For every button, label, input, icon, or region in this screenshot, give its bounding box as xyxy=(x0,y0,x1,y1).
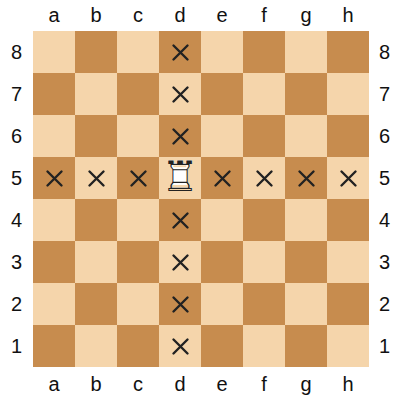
x-move-marker-icon xyxy=(170,42,191,63)
corner-top-right xyxy=(369,0,400,31)
square-d1[interactable] xyxy=(159,325,201,367)
x-move-marker-icon xyxy=(170,84,191,105)
square-d6[interactable] xyxy=(159,115,201,157)
corner-bottom-left xyxy=(0,367,33,403)
square-c5[interactable] xyxy=(117,157,159,199)
rank-label-left-4: 4 xyxy=(0,199,33,241)
square-f5[interactable] xyxy=(243,157,285,199)
square-c1[interactable] xyxy=(117,325,159,367)
square-b8[interactable] xyxy=(75,31,117,73)
square-c8[interactable] xyxy=(117,31,159,73)
corner-top-left xyxy=(0,0,33,31)
square-f2[interactable] xyxy=(243,283,285,325)
rank-label-right-2: 2 xyxy=(369,283,400,325)
square-c4[interactable] xyxy=(117,199,159,241)
square-h5[interactable] xyxy=(327,157,369,199)
file-label-bottom-h: h xyxy=(327,367,369,403)
square-b4[interactable] xyxy=(75,199,117,241)
rank-label-right-3: 3 xyxy=(369,241,400,283)
square-h4[interactable] xyxy=(327,199,369,241)
x-move-marker-icon xyxy=(170,336,191,357)
square-c3[interactable] xyxy=(117,241,159,283)
square-g6[interactable] xyxy=(285,115,327,157)
square-h3[interactable] xyxy=(327,241,369,283)
file-label-top-b: b xyxy=(75,0,117,31)
file-label-bottom-d: d xyxy=(159,367,201,403)
square-c7[interactable] xyxy=(117,73,159,115)
square-c2[interactable] xyxy=(117,283,159,325)
square-g2[interactable] xyxy=(285,283,327,325)
rank-label-left-6: 6 xyxy=(0,115,33,157)
square-e2[interactable] xyxy=(201,283,243,325)
square-b2[interactable] xyxy=(75,283,117,325)
x-move-marker-icon xyxy=(338,168,359,189)
square-b3[interactable] xyxy=(75,241,117,283)
x-move-marker-icon xyxy=(44,168,65,189)
square-g4[interactable] xyxy=(285,199,327,241)
chess-diagram: abcdefgh8877665♜♖544332211abcdefgh xyxy=(0,0,400,403)
square-b1[interactable] xyxy=(75,325,117,367)
file-label-bottom-e: e xyxy=(201,367,243,403)
file-label-top-e: e xyxy=(201,0,243,31)
piece-outline-glyph: ♖ xyxy=(159,157,201,199)
x-move-marker-icon xyxy=(128,168,149,189)
square-f3[interactable] xyxy=(243,241,285,283)
rank-label-left-1: 1 xyxy=(0,325,33,367)
square-g7[interactable] xyxy=(285,73,327,115)
rank-label-left-3: 3 xyxy=(0,241,33,283)
square-h7[interactable] xyxy=(327,73,369,115)
square-e4[interactable] xyxy=(201,199,243,241)
file-label-top-f: f xyxy=(243,0,285,31)
file-label-bottom-c: c xyxy=(117,367,159,403)
rank-label-right-4: 4 xyxy=(369,199,400,241)
rank-label-left-5: 5 xyxy=(0,157,33,199)
square-h8[interactable] xyxy=(327,31,369,73)
corner-bottom-right xyxy=(369,367,400,403)
rank-label-right-5: 5 xyxy=(369,157,400,199)
file-label-top-h: h xyxy=(327,0,369,31)
square-a6[interactable] xyxy=(33,115,75,157)
square-e7[interactable] xyxy=(201,73,243,115)
file-label-bottom-a: a xyxy=(33,367,75,403)
file-label-top-a: a xyxy=(33,0,75,31)
file-label-top-g: g xyxy=(285,0,327,31)
square-g3[interactable] xyxy=(285,241,327,283)
square-d3[interactable] xyxy=(159,241,201,283)
file-label-bottom-f: f xyxy=(243,367,285,403)
rank-label-left-2: 2 xyxy=(0,283,33,325)
rank-label-right-7: 7 xyxy=(369,73,400,115)
square-g1[interactable] xyxy=(285,325,327,367)
square-h6[interactable] xyxy=(327,115,369,157)
square-g8[interactable] xyxy=(285,31,327,73)
x-move-marker-icon xyxy=(170,126,191,147)
file-label-bottom-b: b xyxy=(75,367,117,403)
x-move-marker-icon xyxy=(212,168,233,189)
square-c6[interactable] xyxy=(117,115,159,157)
square-d7[interactable] xyxy=(159,73,201,115)
square-h1[interactable] xyxy=(327,325,369,367)
x-move-marker-icon xyxy=(170,210,191,231)
x-move-marker-icon xyxy=(296,168,317,189)
file-label-top-d: d xyxy=(159,0,201,31)
square-f4[interactable] xyxy=(243,199,285,241)
square-d4[interactable] xyxy=(159,199,201,241)
square-b5[interactable] xyxy=(75,157,117,199)
x-move-marker-icon xyxy=(254,168,275,189)
file-label-top-c: c xyxy=(117,0,159,31)
chess-board: abcdefgh8877665♜♖544332211abcdefgh xyxy=(0,0,400,403)
square-f1[interactable] xyxy=(243,325,285,367)
square-a1[interactable] xyxy=(33,325,75,367)
square-e6[interactable] xyxy=(201,115,243,157)
rank-label-left-7: 7 xyxy=(0,73,33,115)
square-h2[interactable] xyxy=(327,283,369,325)
square-a7[interactable] xyxy=(33,73,75,115)
file-label-bottom-g: g xyxy=(285,367,327,403)
rank-label-right-1: 1 xyxy=(369,325,400,367)
square-d8[interactable] xyxy=(159,31,201,73)
square-b6[interactable] xyxy=(75,115,117,157)
square-d5[interactable]: ♜♖ xyxy=(159,157,201,199)
square-f8[interactable] xyxy=(243,31,285,73)
rank-label-left-8: 8 xyxy=(0,31,33,73)
square-e3[interactable] xyxy=(201,241,243,283)
square-f6[interactable] xyxy=(243,115,285,157)
white-rook-piece: ♜♖ xyxy=(159,157,201,199)
square-d2[interactable] xyxy=(159,283,201,325)
square-f7[interactable] xyxy=(243,73,285,115)
x-move-marker-icon xyxy=(170,294,191,315)
square-a4[interactable] xyxy=(33,199,75,241)
square-b7[interactable] xyxy=(75,73,117,115)
square-a5[interactable] xyxy=(33,157,75,199)
square-e1[interactable] xyxy=(201,325,243,367)
square-a2[interactable] xyxy=(33,283,75,325)
square-g5[interactable] xyxy=(285,157,327,199)
x-move-marker-icon xyxy=(170,252,191,273)
x-move-marker-icon xyxy=(86,168,107,189)
rank-label-right-8: 8 xyxy=(369,31,400,73)
square-a3[interactable] xyxy=(33,241,75,283)
square-e8[interactable] xyxy=(201,31,243,73)
square-e5[interactable] xyxy=(201,157,243,199)
square-a8[interactable] xyxy=(33,31,75,73)
rank-label-right-6: 6 xyxy=(369,115,400,157)
